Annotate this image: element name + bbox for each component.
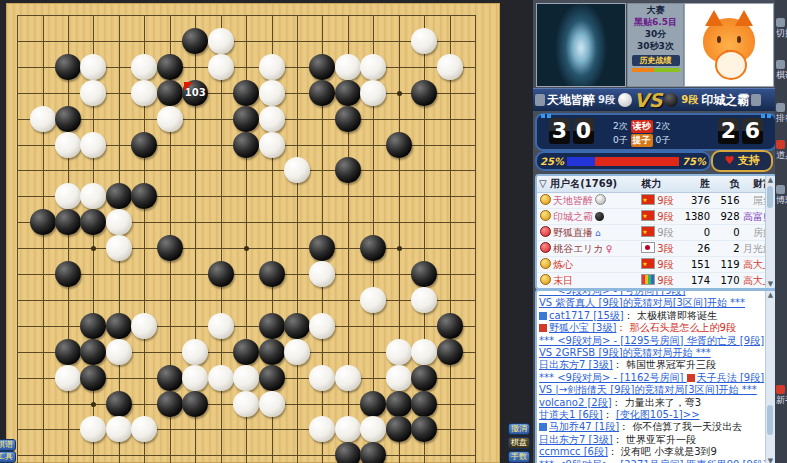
white-stone [208, 54, 234, 80]
chat-text: ： 你不信算了我一天没出去 [619, 421, 742, 432]
black-stone [335, 442, 361, 463]
chat-link[interactable]: VS |→剑指倩天 [9段]的竞猜对局[3区间]开始 *** [539, 384, 757, 395]
user-name[interactable]: 天地皆醉 [553, 195, 593, 206]
main-time-label: 30分 [628, 28, 683, 40]
country-flag-icon [641, 194, 655, 205]
user-losses: 516 [710, 193, 740, 208]
table-scrollbar[interactable]: ▲ ▼ [765, 176, 775, 288]
chat-link[interactable]: [变化图105-1]>> [616, 409, 700, 420]
medal-icon [540, 242, 551, 253]
white-stone [55, 132, 81, 158]
house-icon: ⌂ [595, 228, 601, 238]
black-stone [157, 365, 183, 391]
chat-message: 日出东方7 [3级]： 韩国世界冠军升三段 [539, 359, 765, 371]
white-stone [80, 54, 106, 80]
black-player-name[interactable]: 天地皆醉 [547, 92, 595, 109]
white-stone [55, 365, 81, 391]
white-stone [80, 132, 106, 158]
user-losses: 928 [710, 209, 740, 224]
history-winrate-bar [632, 68, 680, 72]
chat-link[interactable]: VS 紫胥真人 [9段]的竞猜对局[3区间]开始 *** [539, 297, 745, 308]
chat-text: ： 世界亚军升一段 [613, 434, 696, 445]
medal-icon [540, 210, 551, 221]
black-stone [55, 54, 81, 80]
chat-text: ： 韩国世界冠军升三段 [613, 359, 716, 370]
user-losses: 119 [710, 257, 740, 272]
white-stone [182, 339, 208, 365]
black-stone [437, 313, 463, 339]
black-stone [335, 80, 361, 106]
white-clock-digit: 6 [742, 118, 763, 144]
sidebar-item-棋谱[interactable]: 棋谱 [776, 60, 787, 80]
fox-ear-icon [705, 10, 723, 26]
white-stone [106, 209, 132, 235]
black-stone [259, 261, 285, 287]
white-stone [80, 80, 106, 106]
scroll-thumb[interactable] [767, 405, 773, 435]
chat-link[interactable]: *** <9段对局> - [2271号房间] 匪夷所思90 [9段] [539, 459, 765, 463]
chat-message: 野狐小宝 [3级]： 那么石头是怎么上的9段 [539, 322, 765, 334]
black-stone [259, 339, 285, 365]
black-stone [106, 183, 132, 209]
spectator-table: ▽ 用户名(1769) 棋力 胜 负 财富 天地皆醉9段376516屌丝印城之霸… [535, 174, 777, 290]
chat-message: 日出东方7 [3级]： 世界亚军升一段 [539, 434, 765, 446]
panel-decoration [761, 114, 771, 118]
chat-link[interactable]: 天子兵法 [9段] [697, 372, 764, 383]
black-stone [284, 313, 310, 339]
spectator-row[interactable]: 桃谷エリカ♀3段262月光族 [537, 241, 775, 257]
chat-link[interactable]: 马加乔47 [1段] [549, 421, 619, 432]
board-corner-button[interactable]: 工具 [0, 451, 16, 463]
chat-text: ： 太极棋谱即将诞生 [624, 310, 717, 321]
white-clock-digit: 2 [718, 118, 739, 144]
komi-label: 黑贴6.5目 [628, 16, 683, 28]
sidebar-icon [776, 103, 785, 112]
user-wins: 1380 [681, 209, 711, 224]
spectator-row[interactable]: 天地皆醉9段376516屌丝 [537, 193, 775, 209]
white-stone [259, 80, 285, 106]
byoyomi-label: 30秒3次 [628, 40, 683, 52]
medal-icon [540, 258, 551, 269]
female-icon: ♀ [606, 244, 613, 254]
history-record-button[interactable]: 历史战绩 [632, 55, 680, 66]
white-stone [335, 365, 361, 391]
black-stone [437, 339, 463, 365]
heart-icon: ♥ [724, 154, 734, 167]
chat-text: ： [603, 409, 616, 420]
black-stone [335, 106, 361, 132]
sidebar-icon [776, 385, 785, 394]
go-client-window: 103 撤消棋盘手数 棋谱工具 大赛 黑贴6.5目 30分 30秒3次 历史战绩 [0, 0, 787, 463]
chat-messages: *** <9段对局> - [号房间] [9段]VS 紫胥真人 [9段]的竞猜对局… [539, 289, 765, 463]
user-rank: 3段 [657, 243, 673, 254]
user-wins: 151 [681, 257, 711, 272]
black-stone [80, 339, 106, 365]
black-support-pct: 25% [537, 156, 567, 167]
chat-link[interactable]: *** <9段对局> - [1295号房间] 华胥的亡灵 [9段] [539, 335, 764, 346]
chat-panel: *** <9段对局> - [号房间] [9段]VS 紫胥真人 [9段]的竞猜对局… [535, 289, 777, 463]
white-stone [335, 416, 361, 442]
chat-link[interactable]: 野狐小宝 [3级] [549, 322, 616, 333]
black-stone [182, 391, 208, 417]
scroll-down-icon[interactable]: ▼ [766, 280, 775, 288]
user-name[interactable]: 桃谷エリカ [553, 243, 604, 254]
black-stone [411, 365, 437, 391]
vs-label: VS [634, 89, 662, 111]
white-stone [208, 365, 234, 391]
match-info-box: 大赛 黑贴6.5目 30分 30秒3次 历史战绩 [627, 3, 684, 87]
white-player-rank: 9段 [681, 93, 698, 107]
support-poll-bar: 25% 75% [535, 151, 711, 171]
user-rank: 9段 [657, 211, 673, 222]
board-tool-button[interactable]: 棋盘 [508, 437, 530, 449]
black-stone [157, 391, 183, 417]
black-stone [335, 157, 361, 183]
byoyomi-counts: 2次 读秒 2次 [613, 120, 670, 133]
user-losses: 0 [710, 225, 740, 240]
board-tool-button[interactable]: 手数 [508, 451, 530, 463]
clock-panel: 3 0 2次 读秒 2次 0子 提子 0子 2 6 [535, 113, 777, 151]
black-stone [131, 132, 157, 158]
country-flag-icon [641, 274, 655, 285]
white-stone [106, 339, 132, 365]
chat-message: *** <9段对局> - [号房间] [9段] [539, 289, 765, 297]
black-stone-icon [664, 93, 678, 107]
black-stone [80, 365, 106, 391]
country-flag-icon [641, 258, 655, 269]
poll-bar-blue [567, 157, 595, 166]
chat-user-icon [539, 312, 547, 320]
spectator-row[interactable]: 印城之霸9段1380928高富帅 [537, 209, 775, 225]
sidebar-icon [776, 60, 785, 69]
white-stone [131, 313, 157, 339]
black-stone [411, 80, 437, 106]
board-corner-button[interactable]: 棋谱 [0, 439, 16, 451]
user-wins: 26 [681, 241, 711, 256]
white-support-pct: 75% [679, 156, 709, 167]
chat-text: ： 没有吧 小李就是3到9 [608, 446, 717, 457]
black-stone-icon [595, 212, 604, 221]
scroll-up-icon[interactable]: ▲ [766, 176, 775, 184]
white-stone [233, 391, 259, 417]
white-player-name[interactable]: 印城之霸 [701, 92, 749, 109]
chat-message: VS 2GRFSB [9段]的竞猜对局开始 *** [539, 347, 765, 359]
white-stone [131, 54, 157, 80]
white-stone [233, 365, 259, 391]
white-stone [386, 339, 412, 365]
fox-ear-icon [735, 10, 753, 26]
user-rank: 9段 [657, 259, 673, 270]
left-bar-icon[interactable] [535, 94, 545, 106]
go-board-area: 103 撤消棋盘手数 棋谱工具 [0, 0, 533, 463]
poll-bar-red [595, 157, 679, 166]
fox-eye-icon [737, 36, 741, 43]
capture-counts: 0子 提子 0子 [613, 134, 670, 147]
black-stone [386, 132, 412, 158]
white-stone [106, 235, 132, 261]
white-stone [411, 28, 437, 54]
white-stone [182, 365, 208, 391]
players-vs-bar: 天地皆醉 9段 VS 9段 印城之霸 [533, 88, 775, 111]
right-sidebar-cropped: 切换棋谱排行道具博彩新手 [775, 0, 787, 463]
byoyomi-badge: 读秒 [631, 120, 653, 133]
black-stone [233, 106, 259, 132]
white-player-avatar[interactable] [684, 3, 774, 87]
country-flag-icon [641, 242, 655, 253]
white-stone-icon [595, 194, 606, 205]
black-stone [233, 132, 259, 158]
black-stone [360, 391, 386, 417]
sidebar-item-切换[interactable]: 切换 [776, 18, 787, 38]
panel-decoration [541, 114, 551, 118]
chat-scrollbar[interactable]: ▲ ▼ [765, 291, 775, 463]
fox-belly-icon [715, 50, 747, 80]
spectator-row[interactable]: 野狐直播⌂9段00房奴 [537, 225, 775, 241]
fox-eye-icon [717, 36, 721, 43]
game-info-panel: 大赛 黑贴6.5目 30分 30秒3次 历史战绩 天地皆醉 9段 VS 9段 印… [533, 0, 775, 463]
white-stone [284, 339, 310, 365]
sidebar-icon [776, 140, 785, 149]
black-stone [233, 80, 259, 106]
black-clock-digit: 3 [549, 118, 570, 144]
black-stone [55, 106, 81, 132]
scroll-down-icon[interactable]: ▼ [766, 457, 775, 463]
chat-message: volcano2 [2段]： 力量出来了，弯3 [539, 397, 765, 409]
chat-link[interactable]: *** <9段对局> - [1162号房间] [539, 372, 687, 383]
chat-message: cat1717 [15级]： 太极棋谱即将诞生 [539, 310, 765, 322]
spectator-row[interactable]: 炼心9段151119高大上 [537, 257, 775, 273]
table-body: 天地皆醉9段376516屌丝印城之霸9段1380928高富帅野狐直播⌂9段00房… [537, 193, 775, 289]
chat-user-icon [687, 374, 695, 382]
black-stone [182, 28, 208, 54]
white-stone [131, 80, 157, 106]
black-stone [157, 80, 183, 106]
chat-message: VS |→剑指倩天 [9段]的竞猜对局[3区间]开始 *** [539, 384, 765, 396]
white-stone [55, 183, 81, 209]
black-player-rank: 9段 [598, 93, 615, 107]
white-stone [360, 54, 386, 80]
black-stone [55, 261, 81, 287]
white-stone-icon [618, 93, 632, 107]
white-stone [30, 106, 56, 132]
white-stone [360, 287, 386, 313]
white-stone [335, 54, 361, 80]
user-losses: 2 [710, 241, 740, 256]
chat-link[interactable]: 甘道夫1 [6段] [539, 409, 603, 420]
chat-link[interactable]: 日出东方7 [3级] [539, 359, 613, 370]
black-stone [386, 416, 412, 442]
chat-message: *** <9段对局> - [2271号房间] 匪夷所思90 [9段] [539, 459, 765, 463]
black-stone [411, 391, 437, 417]
sidebar-icon [776, 185, 785, 194]
chat-link[interactable]: volcano2 [2段] [539, 397, 612, 408]
spectator-row[interactable]: 末日9段174170高大上 [537, 273, 775, 289]
chat-message: 马加乔47 [1段]： 你不信算了我一天没出去 [539, 421, 765, 433]
white-stone [309, 365, 335, 391]
user-rank: 9段 [657, 275, 673, 286]
user-name[interactable]: 末日 [553, 275, 573, 286]
black-player-avatar[interactable] [536, 3, 626, 87]
user-name[interactable]: 印城之霸 [553, 211, 593, 222]
user-wins: 0 [681, 225, 711, 240]
white-stone [411, 287, 437, 313]
chat-user-icon [539, 423, 547, 431]
chat-user-icon [539, 324, 547, 332]
sidebar-icon [776, 18, 785, 27]
black-stone [233, 339, 259, 365]
black-stone [411, 261, 437, 287]
sidebar-item-道具[interactable]: 道具 [776, 140, 787, 160]
user-name[interactable]: 炼心 [553, 259, 573, 270]
white-stone [208, 313, 234, 339]
chat-link[interactable]: VS 2GRFSB [9段]的竞猜对局开始 *** [539, 347, 711, 358]
right-bar-icon[interactable] [751, 94, 761, 106]
chat-link[interactable]: *** <9段对局> - [号房间] [9段] [539, 289, 685, 296]
chat-link[interactable]: cat1717 [15级] [549, 310, 624, 321]
black-stone [30, 209, 56, 235]
white-stone [386, 365, 412, 391]
user-wins: 174 [681, 273, 711, 288]
white-stone [259, 132, 285, 158]
black-stone [360, 442, 386, 463]
white-stone [157, 106, 183, 132]
black-stone [157, 54, 183, 80]
country-flag-icon [641, 210, 655, 221]
filter-icon[interactable]: ▽ [539, 178, 547, 189]
chat-link[interactable]: ccmmcc [6段] [539, 446, 608, 457]
chat-link[interactable]: 日出东方7 [3级] [539, 434, 613, 445]
white-stone [309, 313, 335, 339]
country-flag-icon [641, 226, 655, 237]
chat-message: *** <9段对局> - [1162号房间] 天子兵法 [9段] [539, 372, 765, 384]
white-stone [259, 106, 285, 132]
white-stone [411, 339, 437, 365]
sidebar-item-新手[interactable]: 新手 [776, 385, 787, 405]
black-stone [259, 313, 285, 339]
black-stone [386, 391, 412, 417]
user-rank: 9段 [657, 195, 673, 206]
chat-message: *** <9段对局> - [1295号房间] 华胥的亡灵 [9段] [539, 335, 765, 347]
white-stone [208, 28, 234, 54]
chat-message: ccmmcc [6段]： 没有吧 小李就是3到9 [539, 446, 765, 458]
last-move-marker-icon [184, 82, 193, 91]
user-wins: 376 [681, 193, 711, 208]
user-losses: 170 [710, 273, 740, 288]
match-title: 大赛 [628, 4, 683, 16]
sidebar-item-排行[interactable]: 排行 [776, 103, 787, 123]
black-stone [259, 365, 285, 391]
scroll-up-icon[interactable]: ▲ [766, 291, 775, 299]
chat-message: 甘道夫1 [6段]： [变化图105-1]>> [539, 409, 765, 421]
medal-icon [540, 194, 551, 205]
black-stone [55, 339, 81, 365]
white-stone [259, 391, 285, 417]
black-stone [106, 391, 132, 417]
black-stone [80, 313, 106, 339]
medal-icon [540, 274, 551, 285]
sidebar-item-博彩[interactable]: 博彩 [776, 185, 787, 205]
user-name[interactable]: 野狐直播 [553, 227, 593, 238]
black-stone [309, 54, 335, 80]
black-stone [309, 80, 335, 106]
chat-text: ： 力量出来了，弯3 [612, 397, 702, 408]
black-stone [157, 235, 183, 261]
black-stone [55, 209, 81, 235]
chat-text: ： 那么石头是怎么上的9段 [616, 322, 736, 333]
table-header: ▽ 用户名(1769) 棋力 胜 负 财富 [537, 176, 775, 193]
captures-badge: 提子 [631, 134, 653, 147]
white-stone [259, 54, 285, 80]
black-clock-digit: 0 [573, 118, 594, 144]
chat-message: VS 紫胥真人 [9段]的竞猜对局[3区间]开始 *** [539, 297, 765, 309]
black-stone [208, 261, 234, 287]
poll-bar [567, 157, 679, 166]
white-stone [360, 80, 386, 106]
user-rank: 9段 [657, 227, 673, 238]
board-tool-button[interactable]: 撤消 [508, 423, 530, 435]
support-button[interactable]: ♥ 支持 [711, 150, 773, 172]
black-stone [106, 313, 132, 339]
scroll-thumb[interactable] [767, 186, 773, 208]
white-stone [106, 416, 132, 442]
medal-icon [540, 226, 551, 237]
white-stone [437, 54, 463, 80]
